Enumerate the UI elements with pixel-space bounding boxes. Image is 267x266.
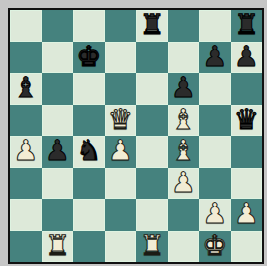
square-e4[interactable] [136,136,168,168]
square-h2[interactable]: ♟ [231,199,263,231]
square-d4[interactable]: ♟ [105,136,137,168]
chess-board: ♜♜♚♟♟♝♟♛♝♛♟♟♞♟♝♟♟♟♜♜♚ [8,8,264,264]
piece-black-queen[interactable]: ♛ [234,105,259,136]
square-g2[interactable]: ♟ [199,199,231,231]
piece-white-pawn[interactable]: ♟ [234,199,259,230]
piece-white-queen[interactable]: ♛ [108,105,133,136]
square-c2[interactable] [73,199,105,231]
square-b4[interactable]: ♟ [42,136,74,168]
square-a3[interactable] [10,168,42,200]
square-h3[interactable] [231,168,263,200]
piece-black-pawn[interactable]: ♟ [45,136,70,167]
square-c1[interactable] [73,231,105,263]
piece-white-bishop[interactable]: ♝ [171,136,196,167]
square-c8[interactable] [73,10,105,42]
square-h5[interactable]: ♛ [231,105,263,137]
piece-black-pawn[interactable]: ♟ [202,42,227,73]
square-f5[interactable]: ♝ [168,105,200,137]
square-g5[interactable] [199,105,231,137]
piece-white-pawn[interactable]: ♟ [13,136,38,167]
square-f3[interactable]: ♟ [168,168,200,200]
square-a6[interactable]: ♝ [10,73,42,105]
square-d1[interactable] [105,231,137,263]
piece-white-king[interactable]: ♚ [202,231,227,262]
square-b2[interactable] [42,199,74,231]
square-c6[interactable] [73,73,105,105]
piece-black-rook[interactable]: ♜ [234,10,259,41]
square-h1[interactable] [231,231,263,263]
square-g3[interactable] [199,168,231,200]
piece-white-rook[interactable]: ♜ [139,231,164,262]
square-a2[interactable] [10,199,42,231]
piece-white-pawn[interactable]: ♟ [108,136,133,167]
square-f4[interactable]: ♝ [168,136,200,168]
square-h6[interactable] [231,73,263,105]
square-d6[interactable] [105,73,137,105]
square-a8[interactable] [10,10,42,42]
piece-white-pawn[interactable]: ♟ [171,168,196,199]
square-a4[interactable]: ♟ [10,136,42,168]
piece-black-bishop[interactable]: ♝ [13,73,38,104]
square-e3[interactable] [136,168,168,200]
square-b8[interactable] [42,10,74,42]
square-g6[interactable] [199,73,231,105]
square-a5[interactable] [10,105,42,137]
square-d8[interactable] [105,10,137,42]
square-c3[interactable] [73,168,105,200]
square-e7[interactable] [136,42,168,74]
square-f2[interactable] [168,199,200,231]
piece-white-pawn[interactable]: ♟ [202,199,227,230]
square-b6[interactable] [42,73,74,105]
square-f7[interactable] [168,42,200,74]
piece-black-pawn[interactable]: ♟ [171,73,196,104]
square-e5[interactable] [136,105,168,137]
square-a1[interactable] [10,231,42,263]
piece-black-knight[interactable]: ♞ [76,136,101,167]
square-d3[interactable] [105,168,137,200]
square-d2[interactable] [105,199,137,231]
piece-black-rook[interactable]: ♜ [139,10,164,41]
square-b5[interactable] [42,105,74,137]
square-g8[interactable] [199,10,231,42]
square-h7[interactable]: ♟ [231,42,263,74]
square-a7[interactable] [10,42,42,74]
square-e2[interactable] [136,199,168,231]
piece-black-king[interactable]: ♚ [76,42,101,73]
square-g1[interactable]: ♚ [199,231,231,263]
square-c7[interactable]: ♚ [73,42,105,74]
square-f1[interactable] [168,231,200,263]
square-b1[interactable]: ♜ [42,231,74,263]
square-e1[interactable]: ♜ [136,231,168,263]
square-h8[interactable]: ♜ [231,10,263,42]
square-f6[interactable]: ♟ [168,73,200,105]
square-e8[interactable]: ♜ [136,10,168,42]
square-c4[interactable]: ♞ [73,136,105,168]
square-g4[interactable] [199,136,231,168]
square-g7[interactable]: ♟ [199,42,231,74]
piece-black-pawn[interactable]: ♟ [234,42,259,73]
chess-diagram: ♜♜♚♟♟♝♟♛♝♛♟♟♞♟♝♟♟♟♜♜♚ [0,0,267,266]
square-b7[interactable] [42,42,74,74]
square-f8[interactable] [168,10,200,42]
square-d5[interactable]: ♛ [105,105,137,137]
square-h4[interactable] [231,136,263,168]
square-d7[interactable] [105,42,137,74]
square-b3[interactable] [42,168,74,200]
piece-white-bishop[interactable]: ♝ [171,105,196,136]
piece-white-rook[interactable]: ♜ [45,231,70,262]
square-c5[interactable] [73,105,105,137]
square-e6[interactable] [136,73,168,105]
